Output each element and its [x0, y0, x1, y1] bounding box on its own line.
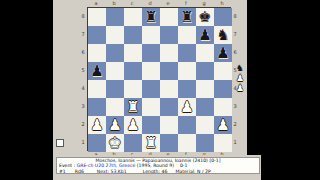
rank-labels-left: 87654321 — [80, 7, 86, 151]
status-material: Material: N / 2P — [175, 169, 210, 174]
square-c6 — [124, 44, 142, 62]
square-a8 — [88, 8, 106, 26]
white-pawn-b2: ♟ — [106, 116, 124, 134]
square-b1: ♚ — [106, 134, 124, 152]
square-b2: ♟ — [106, 116, 124, 134]
square-f7 — [178, 26, 196, 44]
square-a6 — [88, 44, 106, 62]
square-c3: ♜ — [124, 98, 142, 116]
rank-label-1: 1 — [80, 133, 86, 151]
square-f2 — [178, 116, 196, 134]
rank-label-8: 8 — [80, 7, 86, 25]
square-e8 — [160, 8, 178, 26]
square-d1: ♜ — [142, 134, 160, 152]
square-g1 — [196, 134, 214, 152]
black-knight-h7: ♞ — [214, 26, 232, 44]
square-b7 — [106, 26, 124, 44]
square-h5 — [214, 62, 232, 80]
square-e5 — [160, 62, 178, 80]
file-label-b: b — [105, 0, 123, 7]
square-a5: ♟ — [88, 62, 106, 80]
square-d8: ♜ — [142, 8, 160, 26]
square-f4 — [178, 80, 196, 98]
rank-label-3: 3 — [232, 97, 238, 115]
square-a4 — [88, 80, 106, 98]
square-c1 — [124, 134, 142, 152]
square-f1 — [178, 134, 196, 152]
black-rook-f8: ♜ — [178, 8, 196, 26]
white-pawn-c2: ♟ — [124, 116, 142, 134]
square-g5 — [196, 62, 214, 80]
black-pawn-h6: ♟ — [214, 44, 232, 62]
square-c7 — [124, 26, 142, 44]
square-d7 — [142, 26, 160, 44]
status-next-move: Next: 53.Kb1 — [97, 169, 127, 174]
square-b8 — [106, 8, 124, 26]
square-f6 — [178, 44, 196, 62]
square-h7: ♞ — [214, 26, 232, 44]
file-label-g: g — [195, 0, 213, 7]
rank-label-2: 2 — [232, 115, 238, 133]
square-c2: ♟ — [124, 116, 142, 134]
square-f3: ♟ — [178, 98, 196, 116]
square-b5 — [106, 62, 124, 80]
status-length: Length: 46 — [143, 169, 168, 174]
square-h6: ♟ — [214, 44, 232, 62]
white-rook-c3: ♜ — [124, 98, 142, 116]
square-h1 — [214, 134, 232, 152]
rank-label-4: 4 — [80, 79, 86, 97]
square-g8: ♚ — [196, 8, 214, 26]
square-c5 — [124, 62, 142, 80]
tray-white-pawn: ♟ — [234, 83, 246, 93]
white-pawn-a2: ♟ — [88, 116, 106, 134]
file-label-a: a — [87, 0, 105, 7]
square-a3 — [88, 98, 106, 116]
white-rook-d1: ♜ — [142, 134, 160, 152]
square-h3 — [214, 98, 232, 116]
black-pawn-a5: ♟ — [88, 62, 106, 80]
chess-board: ♜♜♚♟♞♟♟♜♟♟♟♟♟♚♜ — [87, 7, 231, 151]
white-pawn-f3: ♟ — [178, 98, 196, 116]
rank-label-1: 1 — [232, 133, 238, 151]
rank-label-7: 7 — [80, 25, 86, 43]
square-a1 — [88, 134, 106, 152]
file-label-h: h — [213, 0, 231, 7]
square-d5 — [142, 62, 160, 80]
square-b6 — [106, 44, 124, 62]
file-label-d: d — [141, 0, 159, 7]
square-e6 — [160, 44, 178, 62]
square-e1 — [160, 134, 178, 152]
caption-strip: Moschos, Ioannis — Papaioannou, Ioannis … — [55, 155, 261, 180]
black-rook-d8: ♜ — [142, 8, 160, 26]
square-g3 — [196, 98, 214, 116]
white-king-b1: ♚ — [106, 134, 124, 152]
status-line: #1 Rd6 Next: 53.Kb1 Length: 46 Material:… — [57, 169, 259, 174]
tray-white-pawn: ♟ — [234, 73, 246, 83]
square-h8 — [214, 8, 232, 26]
rank-label-6: 6 — [80, 43, 86, 61]
square-f5 — [178, 62, 196, 80]
square-f8: ♜ — [178, 8, 196, 26]
white-pawn-h2: ♟ — [214, 116, 232, 134]
rank-label-3: 3 — [80, 97, 86, 115]
square-c4 — [124, 80, 142, 98]
square-c8 — [124, 8, 142, 26]
status-move: Rd6 — [75, 169, 84, 174]
caption-panel: Moschos, Ioannis — Papaioannou, Ioannis … — [56, 157, 260, 174]
square-e2 — [160, 116, 178, 134]
square-e7 — [160, 26, 178, 44]
chess-video-frame: abcdefgh abcdefgh 87654321 87654321 ♜♜♚♟… — [0, 0, 320, 180]
square-h4 — [214, 80, 232, 98]
status-number: #1 — [59, 169, 66, 174]
rank-label-8: 8 — [232, 7, 238, 25]
file-label-e: e — [159, 0, 177, 7]
file-label-f: f — [177, 0, 195, 7]
material-tray: ♞♟♟ — [234, 63, 246, 93]
black-pawn-g7: ♟ — [196, 26, 214, 44]
square-b3 — [106, 98, 124, 116]
black-king-g8: ♚ — [196, 8, 214, 26]
square-g2 — [196, 116, 214, 134]
square-e3 — [160, 98, 178, 116]
square-d2 — [142, 116, 160, 134]
rank-label-6: 6 — [232, 43, 238, 61]
square-a7 — [88, 26, 106, 44]
white-to-move-indicator — [56, 139, 64, 147]
square-g4 — [196, 80, 214, 98]
square-d6 — [142, 44, 160, 62]
square-d3 — [142, 98, 160, 116]
square-a2: ♟ — [88, 116, 106, 134]
file-labels-top: abcdefgh — [87, 0, 231, 7]
tray-black-knight: ♞ — [234, 63, 246, 73]
rank-label-2: 2 — [80, 115, 86, 133]
square-d4 — [142, 80, 160, 98]
square-h2: ♟ — [214, 116, 232, 134]
square-b4 — [106, 80, 124, 98]
square-g6 — [196, 44, 214, 62]
board-panel: abcdefgh abcdefgh 87654321 87654321 ♜♜♚♟… — [53, 0, 247, 180]
rank-label-7: 7 — [232, 25, 238, 43]
square-g7: ♟ — [196, 26, 214, 44]
square-e4 — [160, 80, 178, 98]
file-label-c: c — [123, 0, 141, 7]
rank-label-5: 5 — [80, 61, 86, 79]
